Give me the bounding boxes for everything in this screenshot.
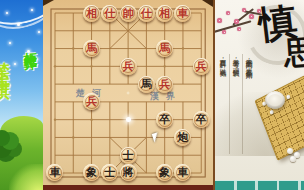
piece-black-車[interactable]: 車 [174, 164, 191, 181]
banner-text-no-takebacks: 禁止悔棋 [0, 47, 13, 76]
left-sidebar: 禁止悔棋 拒绝作弊 [0, 0, 43, 190]
piece-black-士[interactable]: 士 [120, 147, 137, 164]
board-corner-shadow [202, 0, 213, 7]
piece-red-相[interactable]: 相 [83, 5, 100, 22]
piece-black-卒[interactable]: 卒 [156, 111, 173, 128]
xiangqi-board[interactable]: 楚河 漢界 相仕帥仕相車馬馬兵兵兵兵馬卒卒炮士車象士將象車 [43, 0, 215, 190]
quote-column-2: 学会思考，理解知识， [230, 54, 243, 154]
piece-black-象[interactable]: 象 [156, 164, 173, 181]
piece-black-炮[interactable]: 炮 [174, 129, 191, 146]
sparkle-icon [36, 58, 38, 60]
piece-red-帥[interactable]: 帥 [120, 5, 137, 22]
go-stone [287, 148, 293, 154]
confucius-quote-columns: 学而不思则罔，思而不学则殆， 学会思考，理解知识， 百思其解，以求真知。 [217, 54, 256, 154]
piece-red-仕[interactable]: 仕 [138, 5, 155, 22]
piece-red-相[interactable]: 相 [156, 5, 173, 22]
right-panel: 慎 思 学而不思则罔，思而不学则殆， 学会思考，理解知识， 百思其解，以求真知。 [215, 0, 304, 190]
piece-black-象[interactable]: 象 [83, 164, 100, 181]
grass-landscape [0, 116, 43, 190]
sparkle-icon [17, 23, 20, 26]
board-intersections-grid: 相仕帥仕相車馬馬兵兵兵兵馬卒卒炮士車象士將象車 [46, 4, 210, 182]
piece-red-車[interactable]: 車 [174, 5, 191, 22]
board-corner-shadow [43, 0, 54, 6]
sparkle-icon [38, 31, 40, 33]
sparkle-icon [6, 12, 8, 14]
piece-black-馬[interactable]: 馬 [138, 76, 155, 93]
banner-arc-decoration [0, 0, 43, 36]
quote-column-3: 百思其解，以求真知。 [217, 54, 230, 154]
sparkle-icon [9, 42, 11, 44]
banner-text-no-cheating: 拒绝作弊 [21, 41, 39, 48]
video-thumbnail-stage: 禁止悔棋 拒绝作弊 [0, 0, 304, 190]
piece-red-馬[interactable]: 馬 [156, 40, 173, 57]
piece-black-將[interactable]: 將 [120, 164, 137, 181]
piece-red-兵[interactable]: 兵 [120, 58, 137, 75]
stone-bowl-decoration [265, 91, 285, 109]
teal-railing-strip [215, 180, 304, 190]
piece-red-兵[interactable]: 兵 [156, 76, 173, 93]
calligraphy-title-si: 思 [283, 31, 304, 75]
move-indicator-dot[interactable] [126, 117, 131, 122]
piece-black-卒[interactable]: 卒 [193, 111, 210, 128]
piece-red-兵[interactable]: 兵 [193, 58, 210, 75]
piece-black-士[interactable]: 士 [101, 164, 118, 181]
piece-red-兵[interactable]: 兵 [83, 93, 100, 110]
sparkle-icon [14, 63, 16, 65]
go-stone [290, 156, 296, 162]
board-bottom-edge [43, 185, 213, 190]
sparkle-icon [27, 50, 30, 53]
piece-red-仕[interactable]: 仕 [101, 5, 118, 22]
grass-highlight [9, 164, 43, 190]
piece-black-車[interactable]: 車 [46, 164, 63, 181]
sparkle-icon [31, 9, 33, 11]
quote-column-1: 学而不思则罔，思而不学则殆， [243, 54, 256, 154]
piece-red-馬[interactable]: 馬 [83, 40, 100, 57]
